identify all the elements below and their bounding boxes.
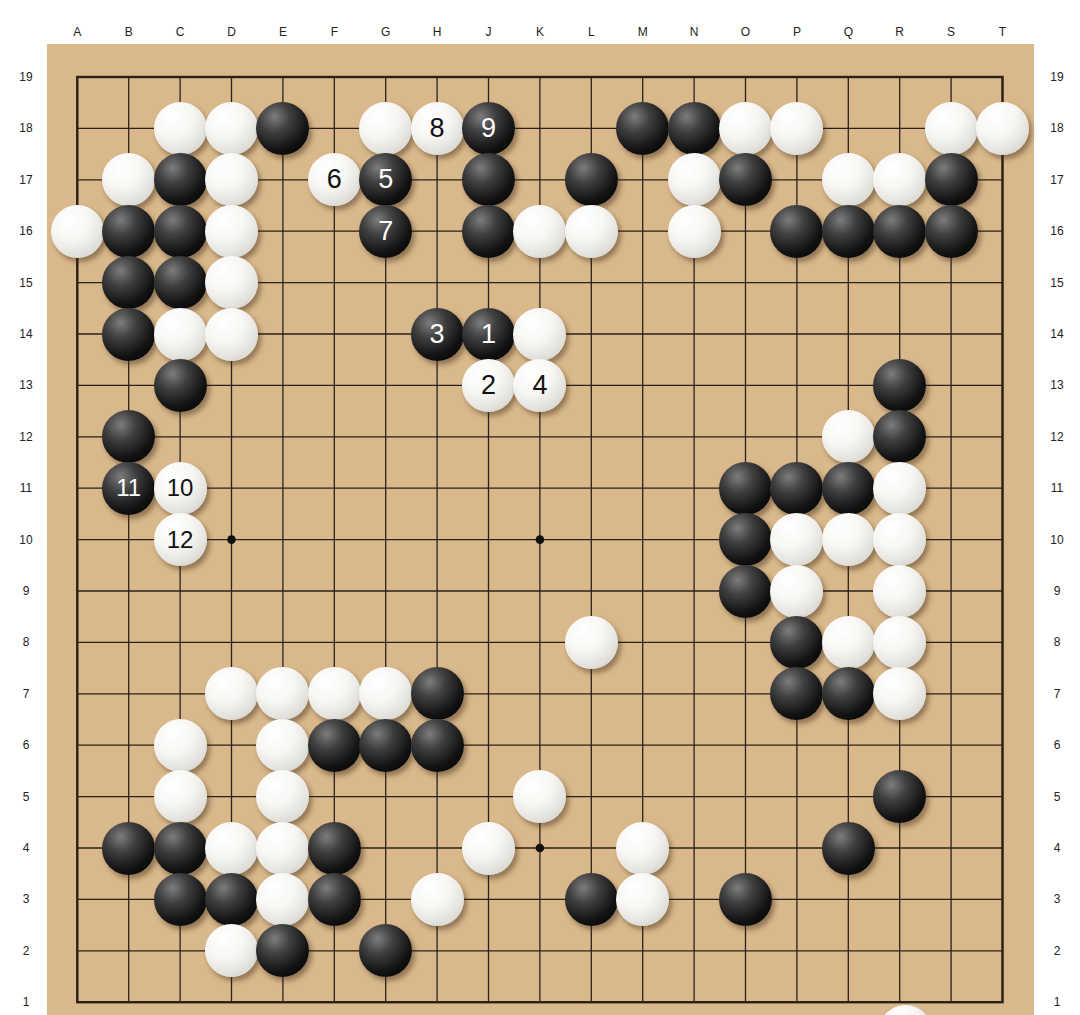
stone-white-Q10 (822, 513, 875, 566)
stone-black-F6 (308, 719, 361, 772)
stone-black-B14 (102, 308, 155, 361)
move-number: 7 (378, 218, 393, 245)
stone-black-F4 (308, 822, 361, 875)
stone-white-R11 (873, 462, 926, 515)
stone-white-Q8 (822, 616, 875, 669)
stone-white-J4 (462, 822, 515, 875)
row-label-left-11: 11 (9, 480, 43, 496)
row-label-left-6: 6 (9, 737, 43, 753)
stone-black-R5 (873, 770, 926, 823)
stone-white-K13: 4 (513, 359, 566, 412)
stone-black-C15 (154, 256, 207, 309)
row-label-left-15: 15 (9, 275, 43, 291)
row-label-right-1: 1 (1040, 994, 1074, 1010)
stone-black-C13 (154, 359, 207, 412)
stone-white-G18 (359, 102, 412, 155)
row-label-right-7: 7 (1040, 686, 1074, 702)
stone-white-R10 (873, 513, 926, 566)
column-label-J: J (472, 24, 506, 40)
stone-white-D15 (205, 256, 258, 309)
stone-black-O10 (719, 513, 772, 566)
row-label-left-9: 9 (9, 583, 43, 599)
stone-white-D2 (205, 924, 258, 977)
stone-white-J13: 2 (462, 359, 515, 412)
stone-white-P9 (770, 565, 823, 618)
stone-black-P16 (770, 205, 823, 258)
stone-black-B15 (102, 256, 155, 309)
stone-white-N17 (668, 153, 721, 206)
stone-white-D4 (205, 822, 258, 875)
column-label-A: A (60, 24, 94, 40)
row-label-right-2: 2 (1040, 943, 1074, 959)
row-label-left-14: 14 (9, 326, 43, 342)
stone-white-C18 (154, 102, 207, 155)
stone-black-J18: 9 (462, 102, 515, 155)
stone-black-G6 (359, 719, 412, 772)
row-label-right-4: 4 (1040, 840, 1074, 856)
row-label-left-5: 5 (9, 789, 43, 805)
move-number: 10 (167, 476, 194, 500)
row-label-left-4: 4 (9, 840, 43, 856)
stone-white-P18 (770, 102, 823, 155)
column-label-F: F (317, 24, 351, 40)
stone-black-C16 (154, 205, 207, 258)
stone-white-E6 (256, 719, 309, 772)
stone-white-E4 (256, 822, 309, 875)
stone-black-L3 (565, 873, 618, 926)
stone-white-D16 (205, 205, 258, 258)
stone-white-C6 (154, 719, 207, 772)
stone-white-F17: 6 (308, 153, 361, 206)
stone-white-D7 (205, 667, 258, 720)
row-label-right-3: 3 (1040, 891, 1074, 907)
stone-black-J17 (462, 153, 515, 206)
stone-black-C4 (154, 822, 207, 875)
row-label-right-6: 6 (1040, 737, 1074, 753)
move-number: 3 (430, 321, 445, 348)
stone-white-H3 (411, 873, 464, 926)
stone-white-E3 (256, 873, 309, 926)
stone-white-R9 (873, 565, 926, 618)
stone-white-C14 (154, 308, 207, 361)
go-board-screenshot: ABCDEFGHJKLMNOPQRST191918181717161615151… (0, 0, 1080, 1015)
column-label-G: G (369, 24, 403, 40)
move-number: 11 (116, 476, 141, 500)
stone-black-J14: 1 (462, 308, 515, 361)
stone-black-B11: 11 (102, 462, 155, 515)
stone-white-K16 (513, 205, 566, 258)
column-label-N: N (677, 24, 711, 40)
move-number: 4 (532, 372, 547, 399)
stone-white-D18 (205, 102, 258, 155)
stone-black-L17 (565, 153, 618, 206)
stone-white-Q12 (822, 410, 875, 463)
row-label-right-17: 17 (1040, 172, 1074, 188)
row-label-right-9: 9 (1040, 583, 1074, 599)
stone-white-C5 (154, 770, 207, 823)
stone-black-M18 (616, 102, 669, 155)
stone-black-G16: 7 (359, 205, 412, 258)
row-label-right-15: 15 (1040, 275, 1074, 291)
column-label-O: O (729, 24, 763, 40)
stone-black-Q7 (822, 667, 875, 720)
column-label-K: K (523, 24, 557, 40)
column-label-T: T (986, 24, 1020, 40)
row-label-left-12: 12 (9, 429, 43, 445)
stone-black-J16 (462, 205, 515, 258)
stone-white-Q17 (822, 153, 875, 206)
stone-black-C17 (154, 153, 207, 206)
row-label-left-16: 16 (9, 223, 43, 239)
move-number: 2 (481, 372, 496, 399)
stone-white-A16 (51, 205, 104, 258)
row-label-left-13: 13 (9, 377, 43, 393)
stone-white-H18: 8 (411, 102, 464, 155)
stone-black-D3 (205, 873, 258, 926)
row-label-left-3: 3 (9, 891, 43, 907)
row-label-right-5: 5 (1040, 789, 1074, 805)
column-label-C: C (163, 24, 197, 40)
stone-black-O3 (719, 873, 772, 926)
stone-black-P11 (770, 462, 823, 515)
stone-black-O9 (719, 565, 772, 618)
row-label-left-2: 2 (9, 943, 43, 959)
row-label-right-13: 13 (1040, 377, 1074, 393)
stone-white-C10: 12 (154, 513, 207, 566)
stone-black-R16 (873, 205, 926, 258)
row-label-left-10: 10 (9, 532, 43, 548)
move-number: 9 (481, 115, 496, 142)
stone-white-D17 (205, 153, 258, 206)
row-label-left-19: 19 (9, 69, 43, 85)
move-number: 5 (378, 166, 393, 193)
row-label-left-8: 8 (9, 634, 43, 650)
column-label-D: D (215, 24, 249, 40)
stone-white-S18 (925, 102, 978, 155)
row-label-left-7: 7 (9, 686, 43, 702)
row-label-right-12: 12 (1040, 429, 1074, 445)
column-label-L: L (574, 24, 608, 40)
column-label-R: R (883, 24, 917, 40)
column-label-E: E (266, 24, 300, 40)
stone-black-P8 (770, 616, 823, 669)
stone-black-Q16 (822, 205, 875, 258)
stone-white-T18 (976, 102, 1029, 155)
row-label-right-8: 8 (1040, 634, 1074, 650)
column-label-H: H (420, 24, 454, 40)
stone-black-B4 (102, 822, 155, 875)
row-label-left-18: 18 (9, 120, 43, 136)
stone-white-D14 (205, 308, 258, 361)
stone-black-C3 (154, 873, 207, 926)
stone-black-R13 (873, 359, 926, 412)
column-label-M: M (626, 24, 660, 40)
row-label-right-14: 14 (1040, 326, 1074, 342)
move-number: 1 (481, 321, 496, 348)
column-label-Q: Q (831, 24, 865, 40)
stone-white-R8 (873, 616, 926, 669)
column-label-P: P (780, 24, 814, 40)
stone-white-F7 (308, 667, 361, 720)
stone-black-S17 (925, 153, 978, 206)
stone-black-Q11 (822, 462, 875, 515)
stone-white-L8 (565, 616, 618, 669)
stone-white-O18 (719, 102, 772, 155)
stone-white-K14 (513, 308, 566, 361)
stone-white-M3 (616, 873, 669, 926)
column-label-B: B (112, 24, 146, 40)
row-label-right-11: 11 (1040, 480, 1074, 496)
stone-black-O11 (719, 462, 772, 515)
move-number: 12 (167, 528, 194, 552)
stone-black-O17 (719, 153, 772, 206)
stone-black-H14: 3 (411, 308, 464, 361)
stone-black-H6 (411, 719, 464, 772)
stone-black-H7 (411, 667, 464, 720)
stone-black-F3 (308, 873, 361, 926)
column-label-S: S (934, 24, 968, 40)
row-label-right-10: 10 (1040, 532, 1074, 548)
row-label-right-19: 19 (1040, 69, 1074, 85)
stone-black-S16 (925, 205, 978, 258)
stone-black-B16 (102, 205, 155, 258)
stone-black-N18 (668, 102, 721, 155)
move-number: 6 (327, 166, 342, 193)
stone-white-L16 (565, 205, 618, 258)
stone-black-E18 (256, 102, 309, 155)
stone-white-M4 (616, 822, 669, 875)
stone-black-Q4 (822, 822, 875, 875)
stone-white-N16 (668, 205, 721, 258)
move-number: 8 (430, 115, 445, 142)
row-label-left-1: 1 (9, 994, 43, 1010)
stone-white-C11: 10 (154, 462, 207, 515)
row-label-right-18: 18 (1040, 120, 1074, 136)
row-label-right-16: 16 (1040, 223, 1074, 239)
row-label-left-17: 17 (9, 172, 43, 188)
